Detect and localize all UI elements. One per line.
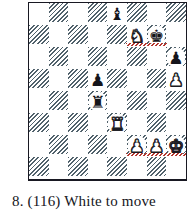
black-bishop-e8: ♝ xyxy=(107,3,127,23)
square-c2 xyxy=(68,135,88,157)
square-d3 xyxy=(88,113,108,135)
white-pawn-h5: ♟ xyxy=(166,69,186,89)
square-b2 xyxy=(49,135,69,157)
chess-diagram-page: ♝♞♚♟♟♟♜♜♟♟♚ 8. (116) White to move xyxy=(0,0,189,219)
square-a3 xyxy=(29,113,49,135)
square-e3: ♜ xyxy=(107,113,127,135)
black-rook-d4: ♜ xyxy=(88,91,108,111)
square-c4 xyxy=(68,91,88,113)
square-e2 xyxy=(107,135,127,157)
square-b8 xyxy=(49,3,69,25)
square-g8 xyxy=(147,3,167,25)
square-c3 xyxy=(68,113,88,135)
square-h2: ♚ xyxy=(166,135,186,157)
square-e1 xyxy=(107,157,127,179)
white-knight-f7: ♞ xyxy=(127,25,147,45)
square-d5: ♟ xyxy=(88,69,108,91)
square-e4 xyxy=(107,91,127,113)
square-f1 xyxy=(127,157,147,179)
square-d4: ♜ xyxy=(88,91,108,113)
square-a6 xyxy=(29,47,49,69)
square-d8 xyxy=(88,3,108,25)
square-h4 xyxy=(166,91,186,113)
square-c5 xyxy=(68,69,88,91)
highlight-underline-f2 xyxy=(126,153,147,156)
square-c6 xyxy=(68,47,88,69)
white-pawn-g2: ♟ xyxy=(147,135,167,155)
chess-board-frame: ♝♞♚♟♟♟♜♜♟♟♚ xyxy=(28,2,187,181)
square-a8 xyxy=(29,3,49,25)
square-e8: ♝ xyxy=(107,3,127,25)
white-rook-e3: ♜ xyxy=(107,113,127,133)
square-d2 xyxy=(88,135,108,157)
square-b5 xyxy=(49,69,69,91)
white-pawn-f2: ♟ xyxy=(127,135,147,155)
square-f4 xyxy=(127,91,147,113)
square-d1 xyxy=(88,157,108,179)
square-f8 xyxy=(127,3,147,25)
square-b6 xyxy=(49,47,69,69)
chess-board: ♝♞♚♟♟♟♜♜♟♟♚ xyxy=(29,3,186,179)
highlight-underline-g2 xyxy=(146,153,167,156)
highlight-underline-f7 xyxy=(126,43,147,46)
diagram-caption: 8. (116) White to move xyxy=(12,193,187,210)
square-f6 xyxy=(127,47,147,69)
square-g1 xyxy=(147,157,167,179)
square-h7 xyxy=(166,25,186,47)
square-a1 xyxy=(29,157,49,179)
black-pawn-h6: ♟ xyxy=(166,47,186,67)
square-h8 xyxy=(166,3,186,25)
square-h5: ♟ xyxy=(166,69,186,91)
square-c8 xyxy=(68,3,88,25)
square-g5 xyxy=(147,69,167,91)
highlight-underline-h2 xyxy=(166,153,187,156)
square-g4 xyxy=(147,91,167,113)
square-h6: ♟ xyxy=(166,47,186,69)
square-a2 xyxy=(29,135,49,157)
square-e5 xyxy=(107,69,127,91)
square-b1 xyxy=(49,157,69,179)
square-c7 xyxy=(68,25,88,47)
square-d7 xyxy=(88,25,108,47)
square-b4 xyxy=(49,91,69,113)
highlight-underline-g7 xyxy=(146,43,167,46)
square-a7 xyxy=(29,25,49,47)
square-f2: ♟ xyxy=(127,135,147,157)
square-g2: ♟ xyxy=(147,135,167,157)
square-d6 xyxy=(88,47,108,69)
square-a5 xyxy=(29,69,49,91)
square-f5 xyxy=(127,69,147,91)
white-king-h2: ♚ xyxy=(166,135,186,155)
square-b7 xyxy=(49,25,69,47)
square-h3 xyxy=(166,113,186,135)
square-g3 xyxy=(147,113,167,135)
black-pawn-d5: ♟ xyxy=(88,69,108,89)
square-g6 xyxy=(147,47,167,69)
square-a4 xyxy=(29,91,49,113)
square-b3 xyxy=(49,113,69,135)
square-c1 xyxy=(68,157,88,179)
black-king-g7: ♚ xyxy=(147,25,167,45)
square-h1 xyxy=(166,157,186,179)
square-e7 xyxy=(107,25,127,47)
square-e6 xyxy=(107,47,127,69)
square-f7: ♞ xyxy=(127,25,147,47)
square-g7: ♚ xyxy=(147,25,167,47)
square-f3 xyxy=(127,113,147,135)
